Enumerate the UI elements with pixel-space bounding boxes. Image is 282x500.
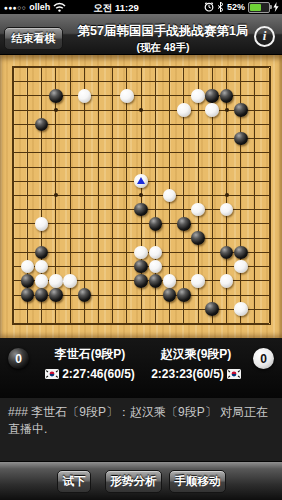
last-move-marker [137,177,145,184]
black-stone [234,246,248,260]
game-title: 第57届韩国国手战挑战赛第1局 [64,23,262,40]
black-stone [21,288,35,302]
black-player-name: 李世石(9段P) [34,346,146,363]
black-stone [177,288,191,302]
battery-percent-label: 52% [227,2,245,12]
bottom-toolbar: 试下 形势分析 手顺移动 [0,461,282,500]
black-stone [191,231,205,245]
app-screen: ●●●○○ olleh 오전 11:29 52% [0,0,282,500]
black-captures-count: 0 [15,352,22,366]
end-watching-button[interactable]: 结束看棋 [4,27,63,50]
black-stone [177,217,191,231]
white-stone [234,302,248,316]
white-time-row: 2:23:23(60/5) [148,367,244,381]
white-stone [120,89,134,103]
broadcast-message: ### 李世石〔9段P〕：赵汉乘〔9段P〕 对局正在直播中. [0,398,282,461]
try-move-button[interactable]: 试下 [57,470,91,493]
black-time-row: 2:27:46(60/5) [34,367,146,381]
black-stone [149,217,163,231]
black-stone [205,89,219,103]
white-player-name: 赵汉乘(9段P) [148,346,244,363]
status-right-group: 52% [204,0,279,14]
battery-icon [248,2,270,13]
page-title-block: 第57届韩国国手战挑战赛第1局 (现在 48手) [64,23,262,55]
white-stone [163,274,177,288]
white-captures-count: 0 [260,352,267,366]
battery-tip [270,5,272,9]
black-stone [49,288,63,302]
korea-flag-icon [227,369,241,379]
go-board[interactable] [0,55,282,338]
korea-flag-icon [45,369,59,379]
white-player-time: 2:23:23(60/5) [151,367,224,381]
white-stone [63,274,77,288]
star-point [225,108,229,112]
white-stone [134,174,148,188]
black-stone [49,89,63,103]
info-button[interactable]: i [254,26,275,47]
black-stone [163,288,177,302]
white-stone [134,246,148,260]
black-captures-badge: 0 [8,348,29,369]
white-stone [191,89,205,103]
player-info-bar: 0 李世石(9段P) 2:27:46(60/5) 赵汉乘(9段P) 2:23:2… [0,338,282,398]
charging-bolt-icon [273,2,279,12]
black-stone [234,103,248,117]
white-stone [78,89,92,103]
white-stone [177,103,191,117]
status-clock-label: 오전 11:29 [0,2,232,15]
black-stone [149,274,163,288]
white-stone [220,274,234,288]
status-bar: ●●●○○ olleh 오전 11:29 52% [0,0,282,14]
black-stone [35,288,49,302]
black-stone [21,274,35,288]
white-stone [234,260,248,274]
move-count-label: (现在 48手) [64,41,262,55]
black-player-time: 2:27:46(60/5) [62,367,135,381]
white-player-panel: 赵汉乘(9段P) 2:23:23(60/5) [148,346,244,381]
white-captures-badge: 0 [253,348,274,369]
black-stone [134,274,148,288]
white-stone [35,274,49,288]
black-stone [78,288,92,302]
bluetooth-icon [217,2,224,12]
nav-bar: 结束看棋 第57届韩国国手战挑战赛第1局 (现在 48手) i [0,14,282,55]
black-stone [205,302,219,316]
white-stone [205,103,219,117]
white-stone [49,274,63,288]
black-stone [234,132,248,146]
black-player-panel: 李世石(9段P) 2:27:46(60/5) [34,346,146,381]
move-order-button[interactable]: 手顺移动 [169,470,226,493]
white-stone [191,274,205,288]
position-analysis-button[interactable]: 形势分析 [105,470,162,493]
white-stone [35,217,49,231]
black-stone [220,89,234,103]
star-point [54,108,58,112]
alarm-clock-icon [204,2,214,12]
battery-fill [250,4,261,11]
